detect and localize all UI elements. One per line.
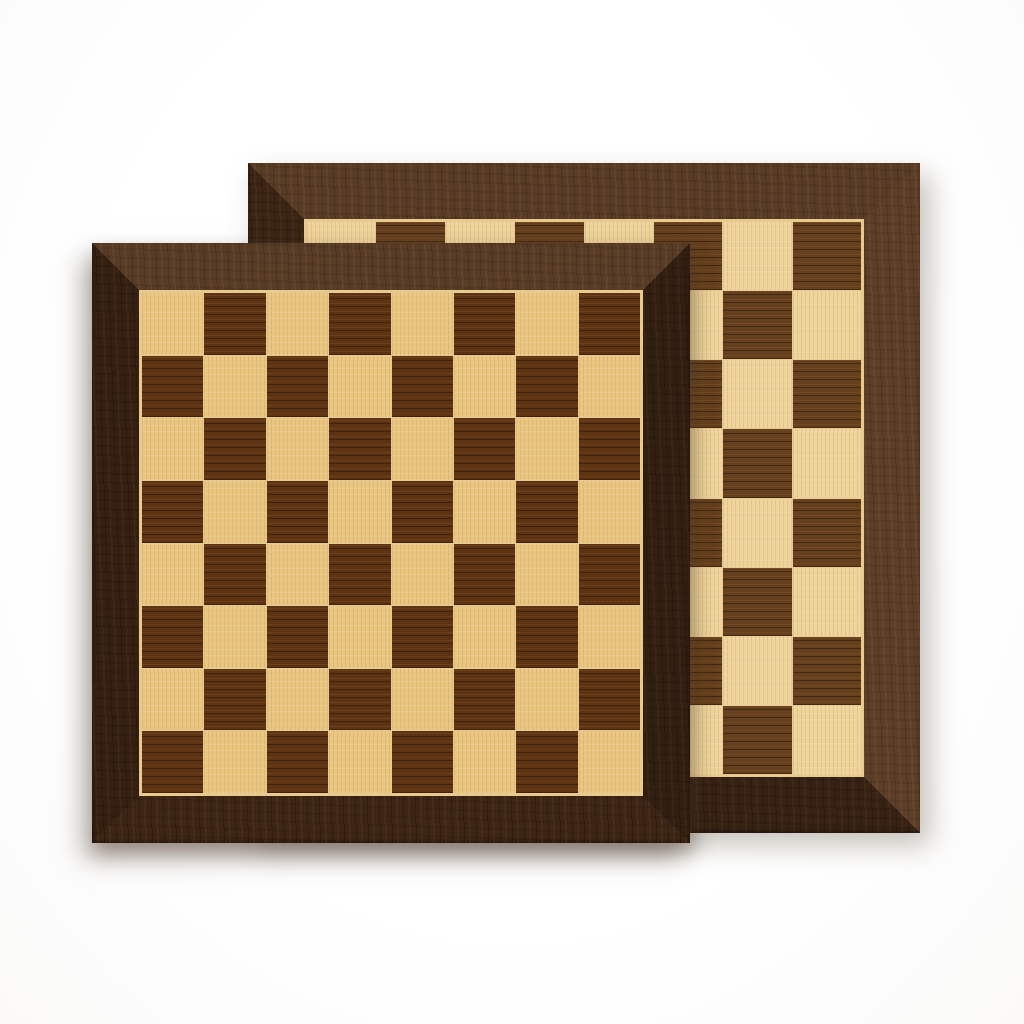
front-square-h4 xyxy=(579,544,640,606)
front-square-c1 xyxy=(267,731,328,793)
front-square-b4 xyxy=(204,544,265,606)
front-square-b1 xyxy=(204,731,265,793)
front-square-c4 xyxy=(267,544,328,606)
front-square-f4 xyxy=(454,544,515,606)
back-square-h8 xyxy=(793,222,861,290)
front-square-a1 xyxy=(142,731,203,793)
front-square-d5 xyxy=(329,481,390,543)
front-square-f1 xyxy=(454,731,515,793)
front-square-b2 xyxy=(204,669,265,731)
front-square-f8 xyxy=(454,293,515,355)
front-square-f6 xyxy=(454,418,515,480)
front-square-d6 xyxy=(329,418,390,480)
front-square-e4 xyxy=(392,544,453,606)
front-square-c3 xyxy=(267,606,328,668)
back-square-h1 xyxy=(793,706,861,774)
back-square-g8 xyxy=(723,222,791,290)
front-square-g7 xyxy=(516,356,577,418)
front-square-f7 xyxy=(454,356,515,418)
front-square-b3 xyxy=(204,606,265,668)
front-square-e5 xyxy=(392,481,453,543)
front-square-e1 xyxy=(392,731,453,793)
front-square-e3 xyxy=(392,606,453,668)
front-square-h6 xyxy=(579,418,640,480)
front-square-d1 xyxy=(329,731,390,793)
front-square-a5 xyxy=(142,481,203,543)
front-square-e7 xyxy=(392,356,453,418)
front-square-d8 xyxy=(329,293,390,355)
front-square-a6 xyxy=(142,418,203,480)
front-square-h3 xyxy=(579,606,640,668)
back-square-g5 xyxy=(723,429,791,497)
front-square-b6 xyxy=(204,418,265,480)
front-square-f2 xyxy=(454,669,515,731)
front-square-e8 xyxy=(392,293,453,355)
front-square-c2 xyxy=(267,669,328,731)
front-square-g8 xyxy=(516,293,577,355)
front-square-h1 xyxy=(579,731,640,793)
front-board-playing-area xyxy=(139,290,643,796)
front-square-g6 xyxy=(516,418,577,480)
front-square-a2 xyxy=(142,669,203,731)
front-square-c8 xyxy=(267,293,328,355)
front-square-h8 xyxy=(579,293,640,355)
front-square-c5 xyxy=(267,481,328,543)
front-square-b7 xyxy=(204,356,265,418)
back-square-g3 xyxy=(723,568,791,636)
front-square-a7 xyxy=(142,356,203,418)
front-chess-board xyxy=(92,243,690,843)
back-square-h4 xyxy=(793,499,861,567)
back-square-h5 xyxy=(793,429,861,497)
front-square-e6 xyxy=(392,418,453,480)
front-square-f5 xyxy=(454,481,515,543)
front-square-b5 xyxy=(204,481,265,543)
front-square-d4 xyxy=(329,544,390,606)
back-square-g4 xyxy=(723,499,791,567)
front-square-a4 xyxy=(142,544,203,606)
back-square-h7 xyxy=(793,291,861,359)
front-square-g1 xyxy=(516,731,577,793)
front-square-e2 xyxy=(392,669,453,731)
back-square-h3 xyxy=(793,568,861,636)
front-square-d3 xyxy=(329,606,390,668)
front-square-g2 xyxy=(516,669,577,731)
front-square-h7 xyxy=(579,356,640,418)
front-square-f3 xyxy=(454,606,515,668)
front-square-g5 xyxy=(516,481,577,543)
front-square-a8 xyxy=(142,293,203,355)
back-square-g1 xyxy=(723,706,791,774)
front-square-h2 xyxy=(579,669,640,731)
front-square-b8 xyxy=(204,293,265,355)
back-square-g2 xyxy=(723,637,791,705)
back-square-g7 xyxy=(723,291,791,359)
back-square-h6 xyxy=(793,360,861,428)
front-square-a3 xyxy=(142,606,203,668)
front-square-c6 xyxy=(267,418,328,480)
front-square-d7 xyxy=(329,356,390,418)
front-square-c7 xyxy=(267,356,328,418)
front-board-grid xyxy=(142,293,640,793)
front-square-g3 xyxy=(516,606,577,668)
front-square-h5 xyxy=(579,481,640,543)
front-square-d2 xyxy=(329,669,390,731)
back-square-h2 xyxy=(793,637,861,705)
product-photo-stage xyxy=(0,0,1024,1024)
back-square-g6 xyxy=(723,360,791,428)
front-square-g4 xyxy=(516,544,577,606)
